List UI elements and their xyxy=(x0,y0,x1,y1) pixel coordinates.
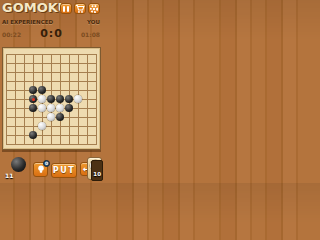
white-stone xyxy=(38,122,46,130)
black-stone xyxy=(56,95,64,103)
black-stone xyxy=(29,131,37,139)
black-stone xyxy=(56,113,64,121)
put-button-label: PUT xyxy=(53,166,75,175)
shopping-cart-icon xyxy=(75,4,85,14)
pause-button[interactable] xyxy=(60,3,72,14)
app-title: GOMOKU xyxy=(2,0,68,15)
black-stone xyxy=(65,104,73,112)
white-stone xyxy=(38,95,46,103)
white-stone xyxy=(38,104,46,112)
white-stone-count-tag: 10 xyxy=(91,160,103,181)
black-stone xyxy=(38,86,46,94)
shop-button[interactable] xyxy=(74,3,86,14)
hint-count-badge: 0 xyxy=(43,160,50,167)
board-grid[interactable] xyxy=(6,54,97,145)
white-stone-tray: 10 xyxy=(87,157,102,180)
right-player-name: YOU xyxy=(87,19,100,25)
gomoku-board[interactable] xyxy=(2,47,101,150)
white-stone xyxy=(47,104,55,112)
black-stone-indicator xyxy=(11,157,26,172)
gear-icon xyxy=(89,4,99,14)
black-stone xyxy=(65,95,73,103)
white-stone-count: 10 xyxy=(93,171,101,177)
black-stone xyxy=(29,95,37,103)
pause-icon xyxy=(63,6,69,12)
black-stone xyxy=(29,104,37,112)
black-stone xyxy=(47,95,55,103)
put-button[interactable]: PUT xyxy=(51,163,77,178)
last-move-marker xyxy=(32,98,35,101)
match-score: 0:0 xyxy=(0,27,103,40)
left-player-name: AI EXPERIENCED xyxy=(2,19,53,25)
white-stone xyxy=(47,113,55,121)
black-stone xyxy=(29,86,37,94)
black-stone-count: 11 xyxy=(5,172,13,179)
white-stone xyxy=(74,95,82,103)
settings-button[interactable] xyxy=(88,3,100,14)
hint-button[interactable]: 0 xyxy=(33,162,48,177)
white-stone xyxy=(56,104,64,112)
